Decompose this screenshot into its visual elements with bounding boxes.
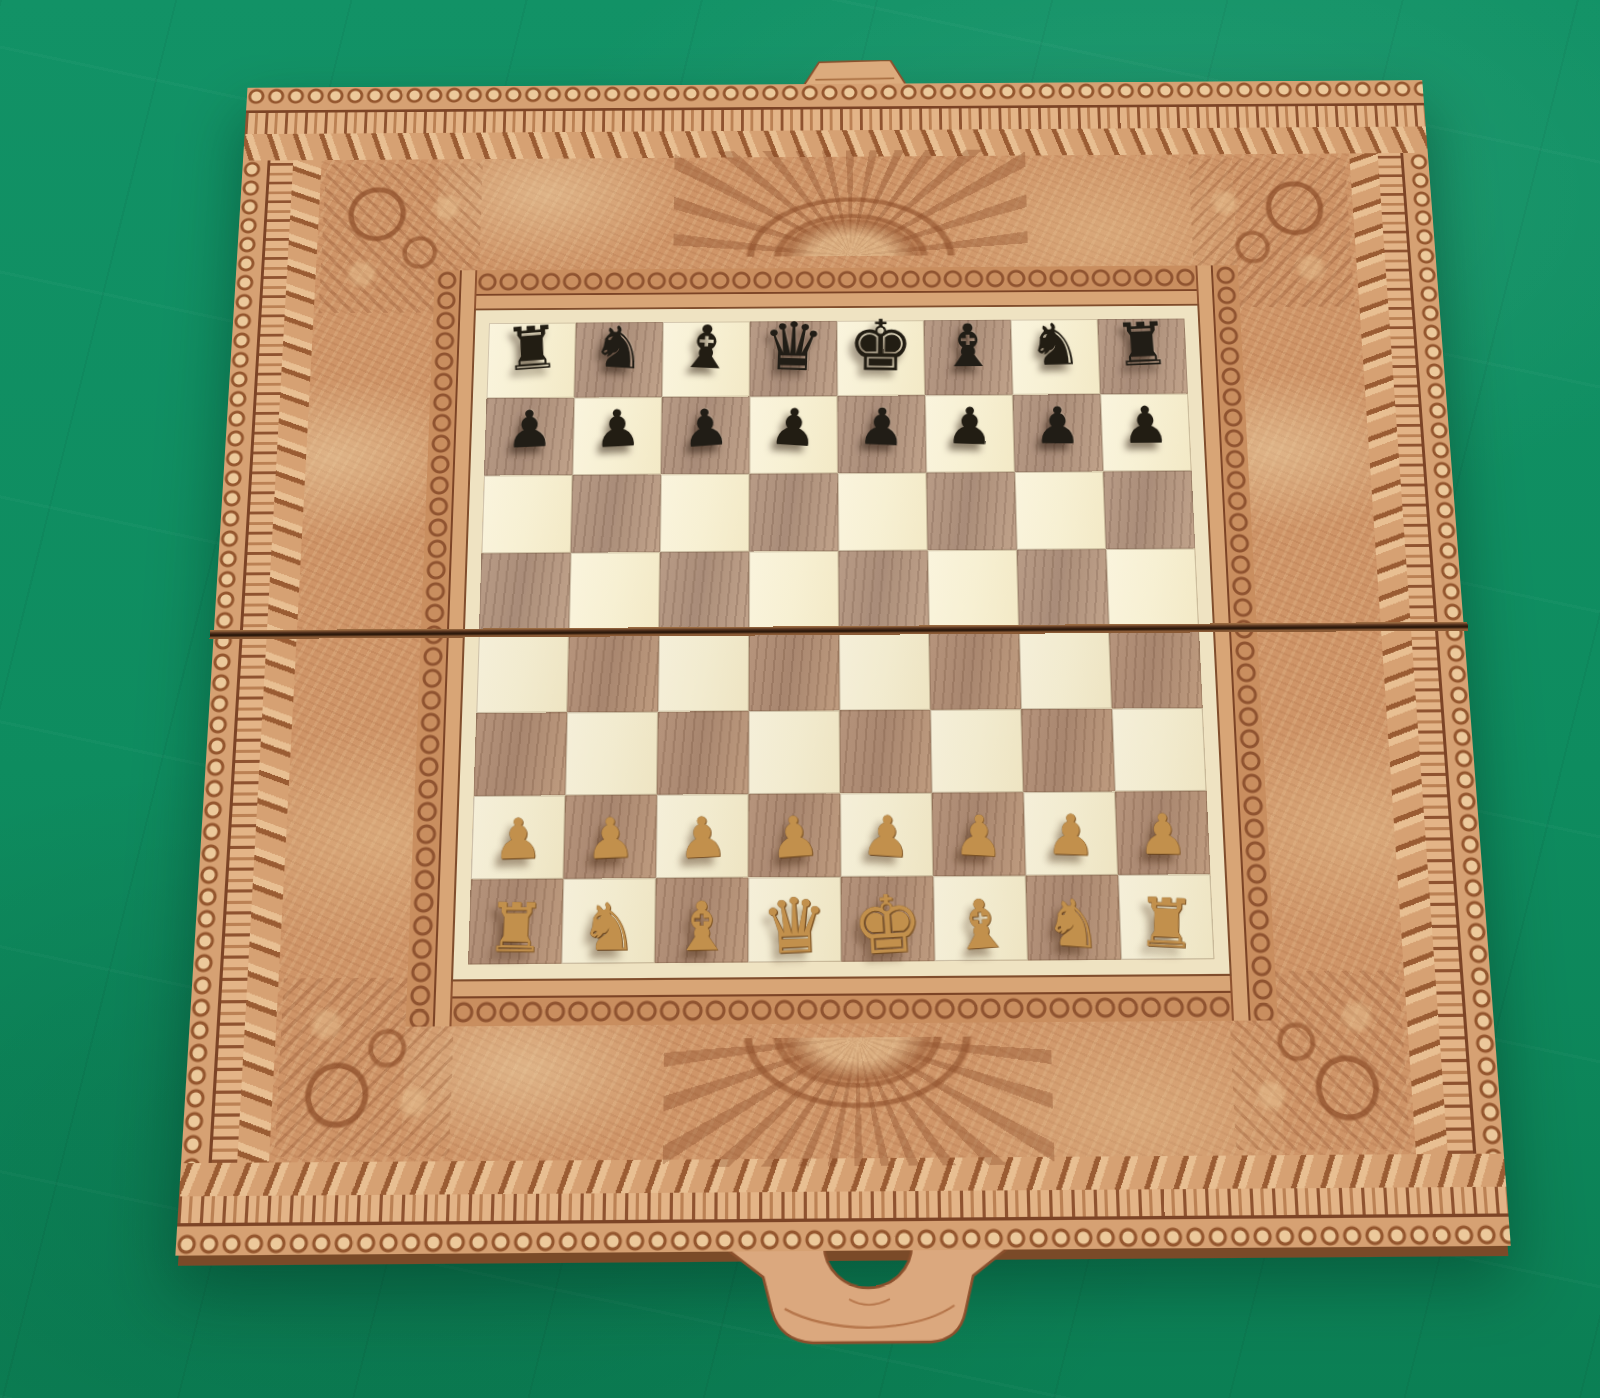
square-e4[interactable] [839, 629, 930, 710]
piece-white-pawn[interactable]: ♟ [860, 808, 913, 867]
square-a8[interactable]: ♜ [487, 323, 576, 399]
square-f2[interactable]: ♟ [932, 792, 1026, 876]
square-h7[interactable]: ♟ [1100, 394, 1191, 471]
piece-black-pawn[interactable]: ♟ [680, 401, 731, 455]
scallop-notch-rope-border-top [243, 80, 1428, 160]
square-g4[interactable] [1019, 628, 1112, 709]
square-f5[interactable] [928, 549, 1019, 629]
piece-black-pawn[interactable]: ♟ [1034, 401, 1082, 452]
piece-white-pawn[interactable]: ♟ [768, 808, 821, 867]
piece-white-pawn[interactable]: ♟ [676, 809, 728, 868]
square-g7[interactable]: ♟ [1013, 394, 1103, 471]
square-h4[interactable] [1109, 628, 1203, 709]
square-h1[interactable]: ♜ [1118, 874, 1214, 960]
piece-white-pawn[interactable]: ♟ [1137, 807, 1188, 863]
scallop-notch-rope-border-bottom [175, 1154, 1510, 1256]
piece-black-pawn[interactable]: ♟ [1121, 400, 1170, 451]
piece-black-bishop[interactable]: ♝ [677, 316, 736, 378]
square-e6[interactable] [838, 472, 928, 551]
piece-black-pawn[interactable]: ♟ [768, 401, 819, 455]
crescent-frame-bottom [406, 973, 1278, 1026]
square-b6[interactable] [571, 474, 661, 553]
square-g5[interactable] [1017, 549, 1109, 629]
square-b7[interactable]: ♟ [573, 397, 662, 474]
square-b4[interactable] [567, 631, 659, 712]
bottom-arch-medallion [663, 1036, 1055, 1167]
latch-tab[interactable] [787, 60, 919, 85]
square-d7[interactable]: ♟ [749, 396, 837, 473]
square-a1[interactable]: ♜ [468, 879, 563, 965]
square-e5[interactable] [838, 550, 929, 630]
square-f7[interactable]: ♟ [925, 395, 1015, 472]
square-h8[interactable]: ♜ [1098, 319, 1188, 395]
square-d4[interactable] [749, 630, 840, 711]
square-e7[interactable]: ♟ [837, 396, 926, 473]
square-g2[interactable]: ♟ [1023, 791, 1118, 875]
square-h2[interactable]: ♟ [1115, 790, 1210, 874]
piece-white-pawn[interactable]: ♟ [493, 811, 543, 868]
square-g3[interactable] [1021, 709, 1115, 792]
square-g1[interactable]: ♞ [1026, 875, 1122, 961]
square-g8[interactable]: ♞ [1011, 319, 1101, 395]
square-a3[interactable] [474, 713, 568, 796]
square-d3[interactable] [749, 711, 841, 794]
chessboard: ♜♞♝♛♚♝♞♜♟♟♟♟♟♟♟♟♟♟♟♟♟♟♟♟♜♞♝♛♚♝♞♜ [468, 319, 1214, 965]
square-f6[interactable] [926, 472, 1017, 551]
carry-handle[interactable] [720, 1242, 1018, 1353]
piece-black-knight[interactable]: ♞ [589, 317, 648, 377]
square-b3[interactable] [565, 712, 658, 795]
piece-black-queen[interactable]: ♛ [761, 312, 826, 380]
square-d8[interactable]: ♛ [750, 321, 838, 397]
piece-white-pawn[interactable]: ♟ [1046, 808, 1096, 865]
square-c5[interactable] [659, 551, 749, 631]
square-c8[interactable]: ♝ [662, 321, 750, 397]
square-f4[interactable] [929, 629, 1021, 710]
square-a5[interactable] [479, 553, 571, 633]
square-h3[interactable] [1112, 708, 1207, 791]
square-a4[interactable] [476, 632, 569, 713]
green-felt-background: ♜♞♝♛♚♝♞♜♟♟♟♟♟♟♟♟♟♟♟♟♟♟♟♟♜♞♝♛♚♝♞♜ [0, 0, 1600, 1398]
piece-white-bishop[interactable]: ♝ [672, 893, 732, 962]
piece-black-pawn[interactable]: ♟ [506, 403, 554, 456]
square-e3[interactable] [840, 710, 932, 793]
square-a7[interactable]: ♟ [484, 398, 574, 475]
piece-white-bishop[interactable]: ♝ [948, 889, 1013, 961]
square-e1[interactable]: ♚ [841, 876, 935, 962]
square-f8[interactable]: ♝ [924, 320, 1013, 396]
square-a6[interactable] [481, 475, 572, 554]
square-e2[interactable]: ♟ [840, 792, 933, 876]
square-f1[interactable]: ♝ [933, 875, 1028, 961]
piece-white-queen[interactable]: ♛ [760, 887, 829, 965]
square-c4[interactable] [658, 631, 749, 712]
piece-white-pawn[interactable]: ♟ [585, 810, 635, 868]
square-e8[interactable]: ♚ [837, 320, 925, 396]
crescent-frame-top [433, 265, 1239, 310]
square-b5[interactable] [569, 552, 660, 632]
piece-black-rook[interactable]: ♜ [1112, 313, 1172, 374]
square-c6[interactable] [660, 473, 749, 552]
piece-black-bishop[interactable]: ♝ [939, 316, 996, 376]
square-b1[interactable]: ♞ [561, 878, 655, 964]
square-d1[interactable]: ♛ [748, 877, 841, 963]
piece-black-king[interactable]: ♚ [847, 310, 913, 381]
square-h6[interactable] [1103, 470, 1195, 549]
top-arch-medallion [673, 149, 1028, 257]
carved-chess-box: ♜♞♝♛♚♝♞♜♟♟♟♟♟♟♟♟♟♟♟♟♟♟♟♟♜♞♝♛♚♝♞♜ [175, 80, 1510, 1256]
square-c7[interactable]: ♟ [661, 397, 750, 474]
square-c1[interactable]: ♝ [655, 877, 749, 963]
square-h5[interactable] [1106, 548, 1199, 628]
piece-black-pawn[interactable]: ♟ [945, 401, 993, 453]
square-b2[interactable]: ♟ [563, 794, 657, 878]
square-d2[interactable]: ♟ [748, 793, 840, 877]
piece-black-knight[interactable]: ♞ [1027, 315, 1084, 374]
square-c2[interactable]: ♟ [656, 794, 749, 878]
square-d6[interactable] [749, 473, 838, 552]
square-a2[interactable]: ♟ [471, 795, 565, 879]
square-f3[interactable] [930, 709, 1023, 792]
square-d5[interactable] [749, 551, 839, 631]
piece-white-pawn[interactable]: ♟ [953, 808, 1004, 866]
piece-black-rook[interactable]: ♜ [503, 317, 561, 380]
square-g6[interactable] [1015, 471, 1106, 550]
square-c3[interactable] [657, 711, 749, 794]
piece-white-rook[interactable]: ♜ [485, 895, 547, 963]
piece-white-knight[interactable]: ♞ [579, 895, 638, 961]
piece-white-knight[interactable]: ♞ [1043, 890, 1103, 959]
piece-black-pawn[interactable]: ♟ [857, 401, 906, 454]
piece-white-king[interactable]: ♚ [850, 884, 925, 968]
piece-white-rook[interactable]: ♜ [1136, 889, 1196, 959]
piece-black-pawn[interactable]: ♟ [593, 402, 642, 455]
square-b8[interactable]: ♞ [574, 322, 663, 398]
veneer-frame: ♜♞♝♛♚♝♞♜♟♟♟♟♟♟♟♟♟♟♟♟♟♟♟♟♜♞♝♛♚♝♞♜ [453, 306, 1230, 980]
